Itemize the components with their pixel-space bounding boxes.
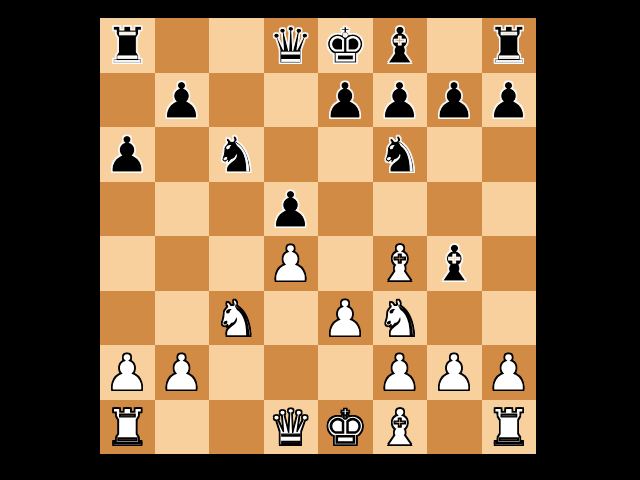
black-knight-c6[interactable]: ♞ bbox=[214, 130, 259, 180]
square-c5[interactable] bbox=[209, 182, 264, 237]
square-a3[interactable] bbox=[100, 291, 155, 346]
square-h1[interactable]: ♜ bbox=[482, 400, 537, 455]
square-g1[interactable] bbox=[427, 400, 482, 455]
square-f1[interactable]: ♝ bbox=[373, 400, 428, 455]
square-d4[interactable]: ♟ bbox=[264, 236, 319, 291]
square-c7[interactable] bbox=[209, 73, 264, 128]
square-a8[interactable]: ♜ bbox=[100, 18, 155, 73]
square-c3[interactable]: ♞ bbox=[209, 291, 264, 346]
square-e7[interactable]: ♟ bbox=[318, 73, 373, 128]
square-f5[interactable] bbox=[373, 182, 428, 237]
square-d2[interactable] bbox=[264, 345, 319, 400]
square-c4[interactable] bbox=[209, 236, 264, 291]
white-king-e1[interactable]: ♚ bbox=[323, 403, 368, 453]
letterbox-background: ♜♛♚♝♜♟♟♟♟♟♟♞♞♟♟♝♝♞♟♞♟♟♟♟♟♜♛♚♝♜ bbox=[0, 0, 640, 480]
white-bishop-f4[interactable]: ♝ bbox=[377, 239, 422, 289]
square-b7[interactable]: ♟ bbox=[155, 73, 210, 128]
square-b6[interactable] bbox=[155, 127, 210, 182]
black-queen-d8[interactable]: ♛ bbox=[268, 21, 313, 71]
square-g6[interactable] bbox=[427, 127, 482, 182]
square-f4[interactable]: ♝ bbox=[373, 236, 428, 291]
square-c1[interactable] bbox=[209, 400, 264, 455]
square-f8[interactable]: ♝ bbox=[373, 18, 428, 73]
black-bishop-f8[interactable]: ♝ bbox=[377, 21, 422, 71]
square-c6[interactable]: ♞ bbox=[209, 127, 264, 182]
square-h2[interactable]: ♟ bbox=[482, 345, 537, 400]
square-c8[interactable] bbox=[209, 18, 264, 73]
white-pawn-g2[interactable]: ♟ bbox=[432, 348, 477, 398]
square-a4[interactable] bbox=[100, 236, 155, 291]
square-a6[interactable]: ♟ bbox=[100, 127, 155, 182]
black-pawn-e7[interactable]: ♟ bbox=[323, 76, 368, 126]
square-g4[interactable]: ♝ bbox=[427, 236, 482, 291]
square-g7[interactable]: ♟ bbox=[427, 73, 482, 128]
chess-board: ♜♛♚♝♜♟♟♟♟♟♟♞♞♟♟♝♝♞♟♞♟♟♟♟♟♜♛♚♝♜ bbox=[100, 18, 536, 454]
white-pawn-h2[interactable]: ♟ bbox=[486, 348, 531, 398]
black-pawn-f7[interactable]: ♟ bbox=[377, 76, 422, 126]
white-knight-c3[interactable]: ♞ bbox=[214, 294, 259, 344]
black-pawn-h7[interactable]: ♟ bbox=[486, 76, 531, 126]
white-queen-d1[interactable]: ♛ bbox=[268, 403, 313, 453]
square-h8[interactable]: ♜ bbox=[482, 18, 537, 73]
square-b5[interactable] bbox=[155, 182, 210, 237]
square-d7[interactable] bbox=[264, 73, 319, 128]
square-e4[interactable] bbox=[318, 236, 373, 291]
square-a2[interactable]: ♟ bbox=[100, 345, 155, 400]
square-b4[interactable] bbox=[155, 236, 210, 291]
square-e1[interactable]: ♚ bbox=[318, 400, 373, 455]
square-c2[interactable] bbox=[209, 345, 264, 400]
black-rook-a8[interactable]: ♜ bbox=[105, 21, 150, 71]
square-h5[interactable] bbox=[482, 182, 537, 237]
square-f3[interactable]: ♞ bbox=[373, 291, 428, 346]
black-bishop-g4[interactable]: ♝ bbox=[432, 239, 477, 289]
square-g5[interactable] bbox=[427, 182, 482, 237]
square-a5[interactable] bbox=[100, 182, 155, 237]
square-e3[interactable]: ♟ bbox=[318, 291, 373, 346]
square-e6[interactable] bbox=[318, 127, 373, 182]
black-king-e8[interactable]: ♚ bbox=[323, 21, 368, 71]
white-pawn-d4[interactable]: ♟ bbox=[268, 239, 313, 289]
square-e2[interactable] bbox=[318, 345, 373, 400]
black-pawn-d5[interactable]: ♟ bbox=[268, 185, 313, 235]
square-e5[interactable] bbox=[318, 182, 373, 237]
square-a7[interactable] bbox=[100, 73, 155, 128]
square-d3[interactable] bbox=[264, 291, 319, 346]
black-pawn-b7[interactable]: ♟ bbox=[159, 76, 204, 126]
black-pawn-g7[interactable]: ♟ bbox=[432, 76, 477, 126]
white-bishop-f1[interactable]: ♝ bbox=[377, 403, 422, 453]
square-g3[interactable] bbox=[427, 291, 482, 346]
white-pawn-b2[interactable]: ♟ bbox=[159, 348, 204, 398]
white-pawn-e3[interactable]: ♟ bbox=[323, 294, 368, 344]
black-pawn-a6[interactable]: ♟ bbox=[105, 130, 150, 180]
white-pawn-a2[interactable]: ♟ bbox=[105, 348, 150, 398]
white-rook-a1[interactable]: ♜ bbox=[105, 403, 150, 453]
square-f6[interactable]: ♞ bbox=[373, 127, 428, 182]
square-b1[interactable] bbox=[155, 400, 210, 455]
square-b8[interactable] bbox=[155, 18, 210, 73]
square-h6[interactable] bbox=[482, 127, 537, 182]
square-g8[interactable] bbox=[427, 18, 482, 73]
square-e8[interactable]: ♚ bbox=[318, 18, 373, 73]
square-d8[interactable]: ♛ bbox=[264, 18, 319, 73]
square-a1[interactable]: ♜ bbox=[100, 400, 155, 455]
white-pawn-f2[interactable]: ♟ bbox=[377, 348, 422, 398]
square-d5[interactable]: ♟ bbox=[264, 182, 319, 237]
square-f2[interactable]: ♟ bbox=[373, 345, 428, 400]
black-knight-f6[interactable]: ♞ bbox=[377, 130, 422, 180]
white-rook-h1[interactable]: ♜ bbox=[486, 403, 531, 453]
square-b3[interactable] bbox=[155, 291, 210, 346]
square-g2[interactable]: ♟ bbox=[427, 345, 482, 400]
square-b2[interactable]: ♟ bbox=[155, 345, 210, 400]
black-rook-h8[interactable]: ♜ bbox=[486, 21, 531, 71]
square-d6[interactable] bbox=[264, 127, 319, 182]
square-h4[interactable] bbox=[482, 236, 537, 291]
square-d1[interactable]: ♛ bbox=[264, 400, 319, 455]
square-h7[interactable]: ♟ bbox=[482, 73, 537, 128]
square-h3[interactable] bbox=[482, 291, 537, 346]
white-knight-f3[interactable]: ♞ bbox=[377, 294, 422, 344]
square-f7[interactable]: ♟ bbox=[373, 73, 428, 128]
